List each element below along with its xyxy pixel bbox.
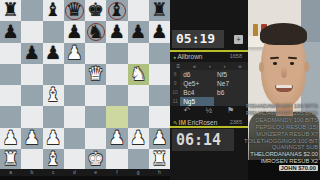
square-b8[interactable] — [21, 0, 42, 21]
white-pawn: ♟ — [151, 129, 168, 148]
square-d3[interactable] — [64, 106, 85, 127]
coord-h: h — [149, 169, 170, 176]
stream-event: DEADMANDY 100 BITS — [244, 117, 318, 124]
square-a7[interactable]: ♟ — [0, 21, 21, 42]
square-d4[interactable] — [64, 85, 85, 106]
white-pawn: ♟ — [24, 129, 41, 148]
square-d6[interactable]: ♟ — [64, 43, 85, 64]
chess-board[interactable]: ♜♝♛♚♝♜♟♟♞♟♟♟♟♟♟♛♞♝♟♟♟♟♟♟♜♝♚♜ — [0, 0, 170, 170]
black-bishop: ♝ — [109, 1, 126, 20]
ear — [259, 62, 264, 72]
square-a1[interactable]: ♜ — [0, 149, 21, 170]
square-g1[interactable] — [128, 149, 149, 170]
ear — [304, 62, 309, 72]
menu-icon[interactable]: ≡ — [176, 62, 180, 70]
square-a4[interactable] — [0, 85, 21, 106]
square-h6[interactable] — [149, 43, 170, 64]
square-d7[interactable]: ♟ — [64, 21, 85, 42]
move-black[interactable]: Ne7 — [214, 79, 248, 88]
square-f8[interactable]: ♝ — [106, 0, 127, 21]
square-a2[interactable]: ♟ — [0, 128, 21, 149]
move-number: 10 — [170, 88, 180, 97]
give-time-button[interactable]: + — [234, 35, 243, 44]
player-title: IM — [179, 119, 186, 126]
square-e8[interactable]: ♚ — [85, 0, 106, 21]
square-e4[interactable] — [85, 85, 106, 106]
black-knight: ♞ — [87, 23, 104, 42]
black-bishop: ♝ — [45, 1, 62, 20]
move-nav-bar[interactable]: ≡«‹›» — [170, 62, 248, 70]
white-queen: ♛ — [87, 65, 104, 84]
white-rook: ♜ — [151, 150, 168, 169]
square-f6[interactable] — [106, 43, 127, 64]
coord-f: f — [106, 169, 127, 176]
player-time-bar — [170, 126, 248, 128]
square-g5[interactable]: ♞ — [128, 64, 149, 85]
white-bishop: ♝ — [45, 150, 62, 169]
draw-offer-icon[interactable]: ½ — [205, 105, 212, 117]
white-rook: ♜ — [2, 150, 19, 169]
square-h1[interactable]: ♜ — [149, 149, 170, 170]
opponent-row: ●Allbrown 1658 — [173, 52, 245, 61]
game-side-panel: 05:19 + ●Allbrown 1658 ≡«‹›» 8d6Nf59Qe5+… — [170, 0, 248, 180]
square-f1[interactable] — [106, 149, 127, 170]
black-king: ♚ — [87, 1, 104, 20]
stream-event: MUNZERTA RESUB X7 — [244, 131, 318, 138]
nose — [281, 66, 287, 78]
square-a8[interactable]: ♜ — [0, 0, 21, 21]
opponent-rating: 1658 — [230, 52, 242, 61]
eye — [290, 62, 294, 65]
square-b3[interactable] — [21, 106, 42, 127]
black-pawn: ♟ — [66, 23, 83, 42]
square-h5[interactable] — [149, 64, 170, 85]
move-list: 8d6Nf59Qe5+Ne710Bc4b611Ng5 — [170, 70, 248, 106]
square-c5[interactable] — [43, 64, 64, 85]
prev-move-icon[interactable]: ‹ — [209, 62, 211, 70]
square-f5[interactable] — [106, 64, 127, 85]
square-h3[interactable] — [149, 106, 170, 127]
coord-a: a — [0, 169, 21, 176]
square-a5[interactable] — [0, 64, 21, 85]
move-row: 9Qe5+Ne7 — [170, 79, 248, 88]
black-pawn: ♟ — [45, 44, 62, 63]
square-b2[interactable]: ♟ — [21, 128, 42, 149]
move-black[interactable]: Nf5 — [214, 70, 248, 79]
square-f4[interactable] — [106, 85, 127, 106]
move-white[interactable]: Bc4 — [180, 88, 214, 97]
square-d2[interactable] — [64, 128, 85, 149]
square-d5[interactable] — [64, 64, 85, 85]
next-move-icon[interactable]: › — [223, 62, 225, 70]
square-h8[interactable]: ♜ — [149, 0, 170, 21]
black-pawn: ♟ — [2, 23, 19, 42]
last-move-icon[interactable]: » — [238, 62, 241, 70]
stream-event: FISHADAWPORT 100 BITS — [244, 103, 318, 110]
streamer-hair — [260, 23, 307, 45]
square-c1[interactable]: ♝ — [43, 149, 64, 170]
white-pawn: ♟ — [109, 129, 126, 148]
square-e2[interactable] — [85, 128, 106, 149]
square-e1[interactable]: ♚ — [85, 149, 106, 170]
square-g6[interactable] — [128, 43, 149, 64]
square-a3[interactable] — [0, 106, 21, 127]
coord-e: e — [85, 169, 106, 176]
square-e5[interactable]: ♛ — [85, 64, 106, 85]
takeback-icon[interactable]: ↶ — [184, 105, 191, 117]
player-name[interactable]: EricRosen — [187, 119, 217, 126]
square-f2[interactable]: ♟ — [106, 128, 127, 149]
white-bishop: ♝ — [45, 86, 62, 105]
black-pawn: ♟ — [109, 23, 126, 42]
coord-c: c — [43, 169, 64, 176]
square-c8[interactable]: ♝ — [43, 0, 64, 21]
square-b4[interactable] — [21, 85, 42, 106]
opponent-name[interactable]: Allbrown — [178, 53, 203, 60]
trophy — [253, 24, 258, 36]
stream-screen: ♜♝♛♚♝♜♟♟♞♟♟♟♟♟♟♛♞♝♟♟♟♟♟♟♜♝♚♜ abcdefgh 05… — [0, 0, 320, 180]
white-pawn: ♟ — [45, 129, 62, 148]
eye — [273, 62, 277, 65]
move-white[interactable]: Qe5+ — [180, 79, 214, 88]
square-h2[interactable]: ♟ — [149, 128, 170, 149]
square-h7[interactable]: ♟ — [149, 21, 170, 42]
black-rook: ♜ — [151, 1, 168, 20]
square-c6[interactable]: ♟ — [43, 43, 64, 64]
coord-b: b — [21, 169, 42, 176]
move-row: 10Bc4b6 — [170, 88, 248, 97]
square-g3[interactable] — [128, 106, 149, 127]
white-pawn: ♟ — [130, 129, 147, 148]
black-rook: ♜ — [2, 1, 19, 20]
square-a6[interactable] — [0, 43, 21, 64]
square-b7[interactable] — [21, 21, 42, 42]
first-move-icon[interactable]: « — [193, 62, 196, 70]
white-pawn: ♟ — [2, 129, 19, 148]
opponent-clock: 05:19 — [172, 30, 224, 48]
white-king: ♚ — [87, 150, 104, 169]
square-d1[interactable] — [64, 149, 85, 170]
black-queen: ♛ — [66, 1, 83, 20]
square-b5[interactable] — [21, 64, 42, 85]
move-number: 8 — [170, 70, 180, 79]
resign-flag-icon[interactable]: ⚑ — [227, 105, 234, 117]
square-f3[interactable] — [106, 106, 127, 127]
online-dot-icon: ● — [173, 54, 176, 60]
stream-event: IMROSEN RESUB X2 — [244, 158, 318, 165]
square-h4[interactable] — [149, 85, 170, 106]
square-g2[interactable]: ♟ — [128, 128, 149, 149]
square-e3[interactable] — [85, 106, 106, 127]
streamer-badge-icon: ✎ — [173, 120, 178, 126]
square-g7[interactable]: ♟ — [128, 21, 149, 42]
file-coordinates: abcdefgh — [0, 169, 170, 176]
square-g8[interactable] — [128, 0, 149, 21]
stream-events-overlay: FISHADAWPORT 100 BITSFISHADAWPORT 205 BI… — [244, 103, 318, 172]
stream-event: JOHN $70.00 — [244, 165, 318, 172]
square-b6[interactable]: ♟ — [21, 43, 42, 64]
square-c7[interactable] — [43, 21, 64, 42]
stream-event: PEPSILOU RESUB (15) — [244, 124, 318, 131]
square-e7[interactable]: ♞ — [85, 21, 106, 42]
square-c2[interactable]: ♟ — [43, 128, 64, 149]
black-pawn: ♟ — [130, 23, 147, 42]
square-e6[interactable] — [85, 43, 106, 64]
move-number: 9 — [170, 79, 180, 88]
square-g4[interactable] — [128, 85, 149, 106]
move-white[interactable]: d6 — [180, 70, 214, 79]
move-black[interactable]: b6 — [214, 88, 248, 97]
smiling-mouth — [275, 85, 293, 92]
black-pawn: ♟ — [151, 23, 168, 42]
square-c4[interactable]: ♝ — [43, 85, 64, 106]
move-row: 8d6Nf5 — [170, 70, 248, 79]
square-c3[interactable] — [43, 106, 64, 127]
white-knight: ♞ — [130, 65, 147, 84]
square-d8[interactable]: ♛ — [64, 0, 85, 21]
white-pawn: ♟ — [66, 44, 83, 63]
square-b1[interactable] — [21, 149, 42, 170]
black-pawn: ♟ — [24, 44, 41, 63]
coord-d: d — [64, 169, 85, 176]
coord-g: g — [128, 169, 149, 176]
game-action-bar[interactable]: ↶½⚑ — [170, 105, 248, 117]
player-clock: 06:14 — [172, 129, 234, 151]
stream-event: FISHADAWPORT 205 BITS — [244, 110, 318, 117]
square-f7[interactable]: ♟ — [106, 21, 127, 42]
